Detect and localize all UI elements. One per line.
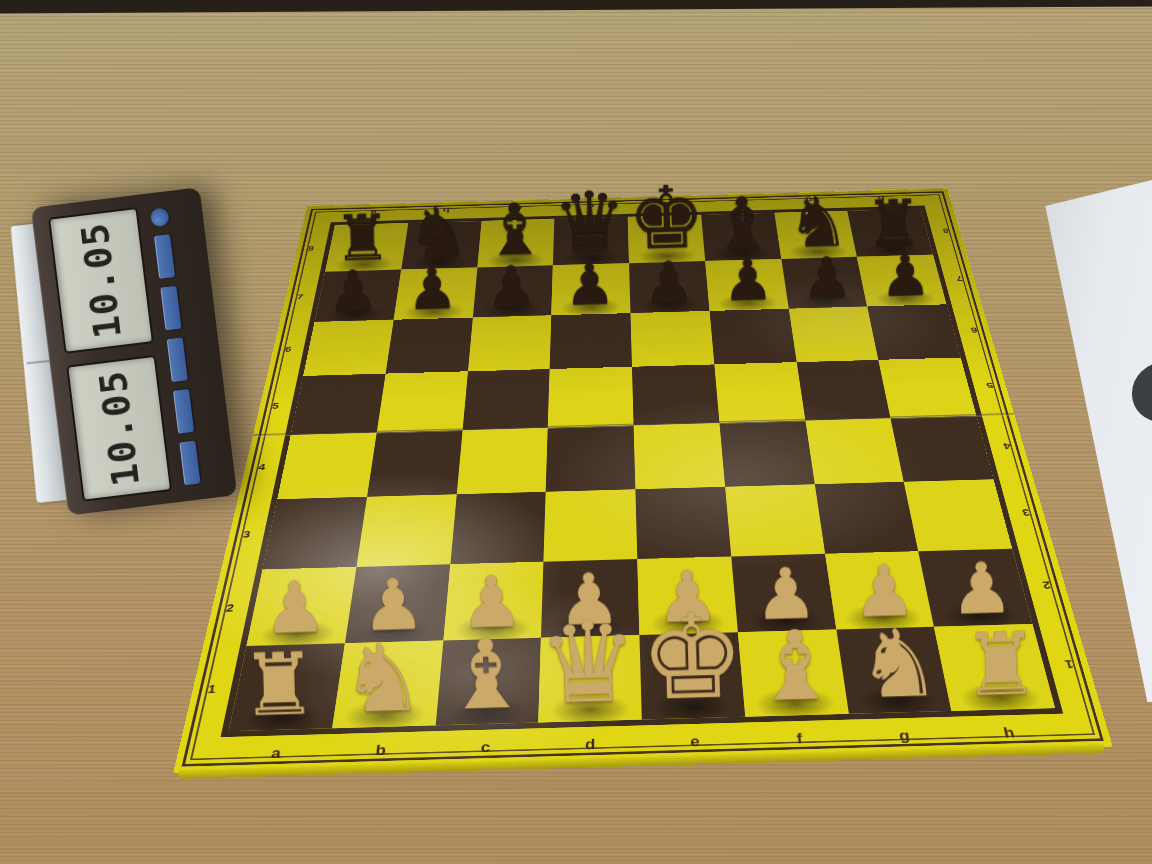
square-a3: [263, 497, 367, 570]
square-e6: [630, 311, 714, 367]
square-h7: ♟: [857, 255, 946, 307]
clock-button: [167, 337, 188, 382]
square-f6: [709, 308, 796, 364]
chess-board: abcdefgh abcdefgh 87654321 87654321 ♜♞♝♛…: [173, 188, 1113, 773]
piece-black-pawn-a7: ♟: [313, 262, 393, 321]
chess-board-area: abcdefgh abcdefgh 87654321 87654321 ♜♞♝♛…: [147, 0, 1113, 787]
square-a7: ♟: [315, 269, 402, 321]
piece-white-knight-b1: ♞: [330, 630, 436, 727]
square-e5: [632, 365, 719, 426]
piece-black-pawn-d7: ♟: [550, 255, 630, 314]
rank-label: 5: [260, 376, 291, 435]
piece-white-rook-h1: ♜: [949, 621, 1055, 710]
square-h4: [891, 416, 994, 482]
piece-black-pawn-h7: ♟: [866, 246, 946, 305]
square-d1: ♛: [539, 635, 642, 722]
square-f3: [725, 484, 825, 556]
board-grid: ♜♞♝♛♚♝♞♜♟♟♟♟♟♟♟♟♟♟♟♟♟♟♟♟♜♞♝♛♚♝♞♜: [229, 209, 1055, 732]
clock-time-right: 10.05: [73, 220, 130, 341]
square-h6: [867, 304, 960, 360]
square-a5: [291, 374, 386, 435]
square-c7: ♟: [473, 265, 554, 317]
file-label: b: [327, 741, 434, 761]
square-b1: ♞: [332, 641, 443, 729]
piece-black-pawn-c7: ♟: [471, 257, 551, 316]
square-g4: [805, 418, 904, 484]
rank-label: 3: [1007, 478, 1046, 548]
clock-display-right: 10.05: [48, 207, 154, 354]
rank-label: 5: [973, 357, 1007, 416]
rank-label: 1: [1047, 623, 1092, 707]
square-b4: [367, 430, 462, 496]
board-perspective-wrap: abcdefgh abcdefgh 87654321 87654321 ♜♞♝♛…: [147, 0, 1113, 787]
rank-label: 4: [245, 435, 278, 500]
square-c3: [450, 492, 546, 564]
clock-button: [173, 389, 194, 434]
file-label: c: [432, 738, 538, 758]
square-e4: [634, 423, 725, 489]
square-g5: [796, 360, 890, 421]
square-b6: [385, 317, 472, 373]
file-label: d: [537, 735, 642, 755]
square-g6: [788, 306, 878, 362]
rank-label: 4: [989, 415, 1025, 479]
square-f1: ♝: [738, 630, 849, 717]
rank-label: 1: [192, 647, 232, 733]
square-d5: [548, 367, 634, 428]
square-c1: ♝: [435, 638, 541, 725]
piece-white-knight-g1: ♞: [846, 616, 952, 713]
piece-black-pawn-e7: ♟: [629, 253, 709, 312]
file-label: g: [851, 726, 959, 746]
square-c5: [462, 369, 550, 430]
clock-button: [154, 234, 175, 279]
piece-white-bishop-f1: ♝: [742, 617, 848, 716]
square-h5: [879, 358, 977, 419]
clock-displays: 10.05 10.05: [48, 207, 172, 502]
square-e7: ♟: [629, 261, 709, 313]
rank-label: 7: [944, 254, 974, 304]
square-d3: [544, 489, 638, 561]
file-label: f: [746, 729, 853, 749]
chess-clock: 10.05 10.05: [5, 187, 237, 519]
clock-display-left: 10.05: [66, 355, 172, 502]
square-c6: [468, 315, 552, 371]
file-label: e: [642, 732, 748, 752]
file-label: a: [222, 744, 330, 764]
square-d7: ♟: [551, 263, 630, 315]
photo-scene: abcdefgh abcdefgh 87654321 87654321 ♜♞♝♛…: [0, 0, 1152, 864]
square-d4: [546, 425, 636, 491]
clock-button: [160, 286, 181, 331]
square-b7: ♟: [394, 267, 478, 319]
square-b5: [377, 371, 468, 432]
square-d6: [550, 313, 632, 369]
piece-black-pawn-b7: ♟: [392, 260, 472, 319]
piece-black-pawn-f7: ♟: [708, 251, 788, 310]
rank-label: 6: [958, 303, 990, 357]
piece-white-queen-d1: ♛: [535, 607, 641, 721]
piece-white-rook-a1: ♜: [227, 641, 333, 730]
square-h3: [904, 479, 1012, 551]
square-g1: ♞: [836, 627, 952, 714]
clock-button: [179, 441, 200, 486]
square-g7: ♟: [781, 257, 867, 309]
square-a1: ♜: [229, 643, 345, 731]
square-h1: ♜: [934, 624, 1055, 711]
square-a4: [277, 433, 376, 500]
square-e3: [635, 487, 731, 559]
paper-dark-shape: [1132, 362, 1152, 422]
clock-time-left: 10.05: [91, 368, 148, 489]
square-f7: ♟: [705, 259, 788, 311]
piece-black-pawn-g7: ♟: [787, 249, 867, 308]
square-f4: [719, 421, 814, 487]
square-c4: [456, 428, 548, 494]
rank-label: 6: [274, 322, 303, 377]
clock-logo-icon: [150, 207, 170, 227]
piece-white-king-e1: ♚: [638, 598, 744, 718]
square-e1: ♚: [639, 633, 745, 720]
square-b3: [356, 494, 456, 567]
piece-white-bishop-c1: ♝: [433, 625, 539, 724]
file-label: h: [955, 723, 1064, 743]
rank-label: 3: [229, 499, 264, 570]
square-g3: [814, 482, 918, 554]
square-a6: [303, 320, 393, 376]
rank-label: 7: [286, 272, 313, 323]
square-f5: [714, 362, 805, 423]
